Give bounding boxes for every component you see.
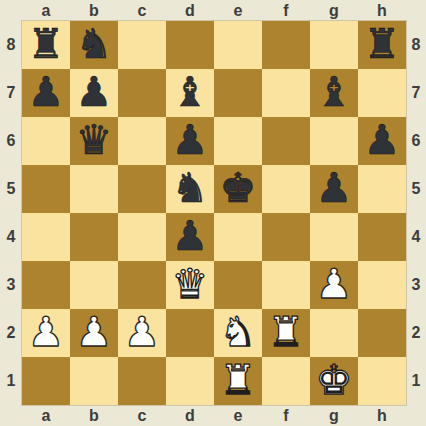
square-a7[interactable]: ♟ (22, 69, 70, 117)
square-c1[interactable] (118, 357, 166, 405)
piece-white-pawn-a2[interactable]: ♟ (22, 309, 70, 357)
rank-label-4: 4 (406, 213, 426, 261)
square-f2[interactable]: ♜ (262, 309, 310, 357)
file-labels-top: abcdefgh (22, 0, 406, 21)
square-d1[interactable] (166, 357, 214, 405)
file-label-f: f (262, 0, 310, 21)
file-label-g: g (310, 405, 358, 426)
rank-label-7: 7 (406, 69, 426, 117)
square-e1[interactable]: ♜ (214, 357, 262, 405)
rank-label-1: 1 (0, 357, 22, 405)
square-h6[interactable]: ♟ (358, 117, 406, 165)
piece-black-pawn-b7[interactable]: ♟ (70, 69, 118, 117)
square-c8[interactable] (118, 21, 166, 69)
square-f8[interactable] (262, 21, 310, 69)
piece-white-pawn-g3[interactable]: ♟ (310, 261, 358, 309)
square-c2[interactable]: ♟ (118, 309, 166, 357)
square-g7[interactable]: ♝ (310, 69, 358, 117)
piece-black-bishop-g7[interactable]: ♝ (310, 69, 358, 117)
square-a8[interactable]: ♜ (22, 21, 70, 69)
square-b3[interactable] (70, 261, 118, 309)
file-label-a: a (22, 0, 70, 21)
square-g1[interactable]: ♚ (310, 357, 358, 405)
square-a3[interactable] (22, 261, 70, 309)
piece-black-rook-a8[interactable]: ♜ (22, 21, 70, 69)
rank-label-1: 1 (406, 357, 426, 405)
rank-label-8: 8 (0, 21, 22, 69)
square-h4[interactable] (358, 213, 406, 261)
piece-white-rook-f2[interactable]: ♜ (262, 309, 310, 357)
piece-black-knight-d5[interactable]: ♞ (166, 165, 214, 213)
rank-label-8: 8 (406, 21, 426, 69)
rank-label-3: 3 (0, 261, 22, 309)
piece-white-pawn-b2[interactable]: ♟ (70, 309, 118, 357)
square-e8[interactable] (214, 21, 262, 69)
square-b4[interactable] (70, 213, 118, 261)
piece-black-pawn-d6[interactable]: ♟ (166, 117, 214, 165)
piece-black-king-e5[interactable]: ♚ (214, 165, 262, 213)
piece-white-pawn-c2[interactable]: ♟ (118, 309, 166, 357)
square-c7[interactable] (118, 69, 166, 117)
square-g2[interactable] (310, 309, 358, 357)
piece-black-knight-b8[interactable]: ♞ (70, 21, 118, 69)
rank-label-2: 2 (0, 309, 22, 357)
rank-label-7: 7 (0, 69, 22, 117)
square-h3[interactable] (358, 261, 406, 309)
square-a1[interactable] (22, 357, 70, 405)
square-b8[interactable]: ♞ (70, 21, 118, 69)
square-g4[interactable] (310, 213, 358, 261)
square-d4[interactable]: ♟ (166, 213, 214, 261)
rank-label-4: 4 (0, 213, 22, 261)
rank-label-3: 3 (406, 261, 426, 309)
square-d8[interactable] (166, 21, 214, 69)
square-d3[interactable]: ♛ (166, 261, 214, 309)
square-h8[interactable]: ♜ (358, 21, 406, 69)
square-b2[interactable]: ♟ (70, 309, 118, 357)
square-c4[interactable] (118, 213, 166, 261)
piece-white-knight-e2[interactable]: ♞ (214, 309, 262, 357)
square-h1[interactable] (358, 357, 406, 405)
rank-label-2: 2 (406, 309, 426, 357)
square-f1[interactable] (262, 357, 310, 405)
square-b7[interactable]: ♟ (70, 69, 118, 117)
file-label-h: h (358, 0, 406, 21)
square-f7[interactable] (262, 69, 310, 117)
piece-black-bishop-d7[interactable]: ♝ (166, 69, 214, 117)
rank-label-5: 5 (406, 165, 426, 213)
file-label-d: d (166, 405, 214, 426)
piece-black-pawn-d4[interactable]: ♟ (166, 213, 214, 261)
square-f6[interactable] (262, 117, 310, 165)
square-e4[interactable] (214, 213, 262, 261)
square-e2[interactable]: ♞ (214, 309, 262, 357)
piece-black-pawn-g5[interactable]: ♟ (310, 165, 358, 213)
file-labels-bottom: abcdefgh (22, 405, 406, 426)
piece-black-rook-h8[interactable]: ♜ (358, 21, 406, 69)
rank-label-6: 6 (406, 117, 426, 165)
square-d6[interactable]: ♟ (166, 117, 214, 165)
file-label-f: f (262, 405, 310, 426)
square-g3[interactable]: ♟ (310, 261, 358, 309)
file-label-b: b (70, 0, 118, 21)
piece-white-queen-d3[interactable]: ♛ (166, 261, 214, 309)
square-e3[interactable] (214, 261, 262, 309)
square-c6[interactable] (118, 117, 166, 165)
square-c5[interactable] (118, 165, 166, 213)
square-h5[interactable] (358, 165, 406, 213)
square-h2[interactable] (358, 309, 406, 357)
square-a4[interactable] (22, 213, 70, 261)
file-label-c: c (118, 405, 166, 426)
square-b5[interactable] (70, 165, 118, 213)
file-label-b: b (70, 405, 118, 426)
square-e6[interactable] (214, 117, 262, 165)
square-d5[interactable]: ♞ (166, 165, 214, 213)
square-f4[interactable] (262, 213, 310, 261)
file-label-d: d (166, 0, 214, 21)
square-d2[interactable] (166, 309, 214, 357)
piece-white-king-g1[interactable]: ♚ (310, 357, 358, 405)
rank-label-5: 5 (0, 165, 22, 213)
square-a5[interactable] (22, 165, 70, 213)
square-f3[interactable] (262, 261, 310, 309)
square-f5[interactable] (262, 165, 310, 213)
square-d7[interactable]: ♝ (166, 69, 214, 117)
square-g5[interactable]: ♟ (310, 165, 358, 213)
square-e5[interactable]: ♚ (214, 165, 262, 213)
square-g6[interactable] (310, 117, 358, 165)
piece-black-pawn-a7[interactable]: ♟ (22, 69, 70, 117)
square-b1[interactable] (70, 357, 118, 405)
file-label-g: g (310, 0, 358, 21)
file-label-a: a (22, 405, 70, 426)
piece-white-rook-e1[interactable]: ♜ (214, 357, 262, 405)
square-e7[interactable] (214, 69, 262, 117)
square-a6[interactable] (22, 117, 70, 165)
file-label-c: c (118, 0, 166, 21)
rank-labels-right: 87654321 (406, 21, 426, 405)
file-label-e: e (214, 0, 262, 21)
square-h7[interactable] (358, 69, 406, 117)
piece-black-queen-b6[interactable]: ♛ (70, 117, 118, 165)
square-c3[interactable] (118, 261, 166, 309)
chess-board: ♜♞♜♟♟♝♝♛♟♟♞♚♟♟♛♟♟♟♟♞♜♜♚ (22, 21, 406, 405)
piece-black-pawn-h6[interactable]: ♟ (358, 117, 406, 165)
square-b6[interactable]: ♛ (70, 117, 118, 165)
file-label-h: h (358, 405, 406, 426)
rank-labels-left: 87654321 (0, 21, 22, 405)
square-g8[interactable] (310, 21, 358, 69)
chess-board-app: abcdefgh abcdefgh 87654321 87654321 ♜♞♜♟… (0, 0, 426, 426)
rank-label-6: 6 (0, 117, 22, 165)
square-a2[interactable]: ♟ (22, 309, 70, 357)
file-label-e: e (214, 405, 262, 426)
